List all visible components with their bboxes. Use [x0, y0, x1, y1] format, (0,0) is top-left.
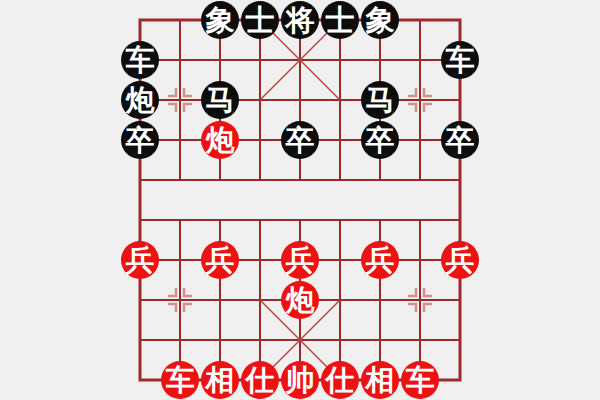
board-point-r9c3: 仕	[240, 360, 280, 400]
piece-red-advisor[interactable]: 仕	[321, 361, 359, 399]
piece-black-soldier[interactable]: 卒	[281, 121, 319, 159]
piece-grid: 象士将士象车车炮马马卒炮卒卒卒兵兵兵兵兵炮车相仕帅仕相车	[120, 0, 480, 400]
piece-black-cannon[interactable]: 炮	[121, 81, 159, 119]
piece-black-advisor[interactable]: 士	[321, 1, 359, 39]
piece-black-elephant[interactable]: 象	[361, 1, 399, 39]
board-point-r9c1: 车	[160, 360, 200, 400]
board-point-r0c2: 象	[200, 0, 240, 40]
board-point-r6c8: 兵	[440, 240, 480, 280]
piece-red-soldier[interactable]: 兵	[441, 241, 479, 279]
board-point-r3c6: 卒	[360, 120, 400, 160]
piece-red-soldier[interactable]: 兵	[201, 241, 239, 279]
board-point-r2c0: 炮	[120, 80, 160, 120]
piece-red-chariot[interactable]: 车	[161, 361, 199, 399]
board-point-r6c0: 兵	[120, 240, 160, 280]
piece-red-cannon[interactable]: 炮	[281, 281, 319, 319]
board-point-r1c8: 车	[440, 40, 480, 80]
piece-black-general[interactable]: 将	[281, 1, 319, 39]
board-point-r3c4: 卒	[280, 120, 320, 160]
board-point-r6c2: 兵	[200, 240, 240, 280]
piece-black-advisor[interactable]: 士	[241, 1, 279, 39]
xiangqi-app-screen: 象士将士象车车炮马马卒炮卒卒卒兵兵兵兵兵炮车相仕帅仕相车	[0, 0, 600, 400]
piece-black-soldier[interactable]: 卒	[361, 121, 399, 159]
piece-black-horse[interactable]: 马	[361, 81, 399, 119]
board-point-r0c4: 将	[280, 0, 320, 40]
piece-red-soldier[interactable]: 兵	[121, 241, 159, 279]
piece-red-cannon[interactable]: 炮	[201, 121, 239, 159]
piece-red-soldier[interactable]: 兵	[361, 241, 399, 279]
board-point-r0c3: 士	[240, 0, 280, 40]
board-point-r6c6: 兵	[360, 240, 400, 280]
board-point-r0c6: 象	[360, 0, 400, 40]
board-point-r9c2: 相	[200, 360, 240, 400]
piece-black-horse[interactable]: 马	[201, 81, 239, 119]
piece-red-chariot[interactable]: 车	[401, 361, 439, 399]
board-point-r9c6: 相	[360, 360, 400, 400]
piece-black-soldier[interactable]: 卒	[121, 121, 159, 159]
piece-red-general[interactable]: 帅	[281, 361, 319, 399]
board-point-r6c4: 兵	[280, 240, 320, 280]
piece-red-advisor[interactable]: 仕	[241, 361, 279, 399]
board-point-r2c6: 马	[360, 80, 400, 120]
board-point-r9c4: 帅	[280, 360, 320, 400]
board-point-r3c8: 卒	[440, 120, 480, 160]
piece-red-elephant[interactable]: 相	[201, 361, 239, 399]
board-point-r2c2: 马	[200, 80, 240, 120]
board-point-r3c0: 卒	[120, 120, 160, 160]
piece-black-elephant[interactable]: 象	[201, 1, 239, 39]
board-point-r0c5: 士	[320, 0, 360, 40]
board-point-r1c0: 车	[120, 40, 160, 80]
piece-red-elephant[interactable]: 相	[361, 361, 399, 399]
board-point-r9c5: 仕	[320, 360, 360, 400]
piece-black-chariot[interactable]: 车	[121, 41, 159, 79]
piece-black-chariot[interactable]: 车	[441, 41, 479, 79]
board-point-r3c2: 炮	[200, 120, 240, 160]
piece-black-soldier[interactable]: 卒	[441, 121, 479, 159]
board-point-r7c4: 炮	[280, 280, 320, 320]
xiangqi-board: 象士将士象车车炮马马卒炮卒卒卒兵兵兵兵兵炮车相仕帅仕相车	[120, 0, 480, 400]
piece-red-soldier[interactable]: 兵	[281, 241, 319, 279]
board-point-r9c7: 车	[400, 360, 440, 400]
